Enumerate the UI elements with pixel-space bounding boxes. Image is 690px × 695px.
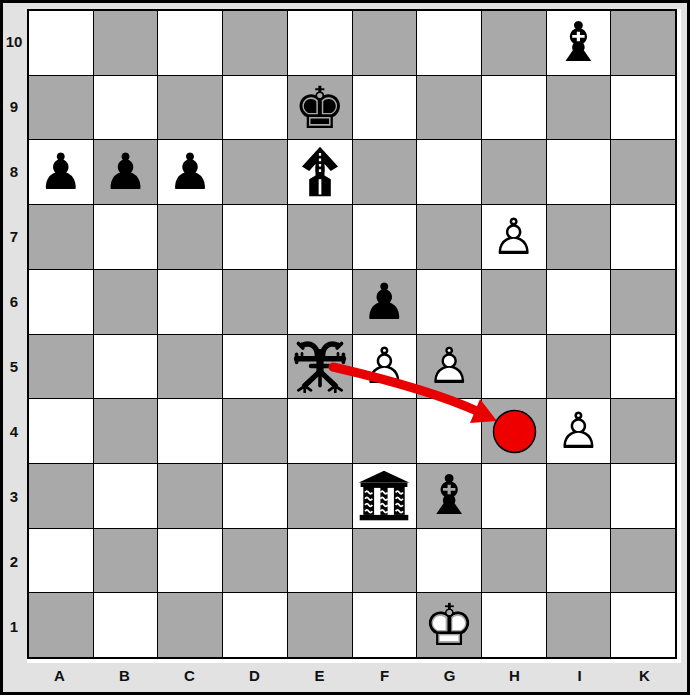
white-king[interactable]: ♚♔ (417, 593, 481, 657)
file-label-d: D (222, 661, 287, 689)
square-e1[interactable] (288, 593, 352, 657)
rank-label-5: 5 (3, 334, 25, 399)
square-i7[interactable] (547, 205, 611, 269)
square-g5[interactable]: ♟♙ (417, 335, 481, 399)
square-h10[interactable] (482, 11, 546, 75)
white-pawn-glyph: ♙ (353, 335, 417, 399)
square-k8[interactable] (611, 140, 675, 204)
square-f4[interactable] (353, 399, 417, 463)
black-king[interactable]: ♚ (288, 76, 352, 140)
square-d5[interactable] (223, 335, 287, 399)
file-label-a: A (27, 661, 92, 689)
black-bishop-glyph: ♝ (547, 11, 611, 75)
rank-labels: 10987654321 (3, 9, 27, 659)
square-g8[interactable] (417, 140, 481, 204)
square-i4[interactable]: ♟♙ (547, 399, 611, 463)
file-label-e: E (287, 661, 352, 689)
white-pawn[interactable]: ♟♙ (482, 205, 546, 269)
square-g2[interactable] (417, 529, 481, 593)
square-e5[interactable] (288, 335, 352, 399)
black-pawn[interactable]: ♟ (94, 140, 158, 204)
square-g4[interactable] (417, 399, 481, 463)
rank-label-2: 2 (3, 529, 25, 594)
square-f9[interactable] (353, 76, 417, 140)
square-k1[interactable] (611, 593, 675, 657)
square-h6[interactable] (482, 270, 546, 334)
square-i1[interactable] (547, 593, 611, 657)
square-a5[interactable] (29, 335, 93, 399)
square-d6[interactable] (223, 270, 287, 334)
square-i2[interactable] (547, 529, 611, 593)
black-pawn-glyph: ♟ (29, 140, 93, 204)
board-frame: ♝♚♟♟♟♟♙♟♟♙♟♙♟♙♝♚♔ 10987654321 ABCDEFGHIK (3, 3, 687, 692)
rank-label-8: 8 (3, 139, 25, 204)
square-f8[interactable] (353, 140, 417, 204)
square-d2[interactable] (223, 529, 287, 593)
black-bishop[interactable]: ♝ (417, 464, 481, 528)
black-eagle-icon (293, 339, 347, 393)
square-g6[interactable] (417, 270, 481, 334)
square-i6[interactable] (547, 270, 611, 334)
square-i5[interactable] (547, 335, 611, 399)
square-d3[interactable] (223, 464, 287, 528)
rank-label-3: 3 (3, 464, 25, 529)
square-f3[interactable] (353, 464, 417, 528)
square-c3[interactable] (158, 464, 222, 528)
square-a9[interactable] (29, 76, 93, 140)
black-pawn[interactable]: ♟ (353, 270, 417, 334)
white-pawn[interactable]: ♟♙ (353, 335, 417, 399)
square-d9[interactable] (223, 76, 287, 140)
square-f7[interactable] (353, 205, 417, 269)
square-b9[interactable] (94, 76, 158, 140)
square-d4[interactable] (223, 399, 287, 463)
white-pawn-glyph: ♙ (417, 335, 481, 399)
square-f1[interactable] (353, 593, 417, 657)
black-bishop-glyph: ♝ (417, 464, 481, 528)
file-labels: ABCDEFGHIK (27, 661, 677, 689)
square-k3[interactable] (611, 464, 675, 528)
square-b6[interactable] (94, 270, 158, 334)
square-d8[interactable] (223, 140, 287, 204)
file-label-b: B (92, 661, 157, 689)
square-h1[interactable] (482, 593, 546, 657)
square-h9[interactable] (482, 76, 546, 140)
square-c1[interactable] (158, 593, 222, 657)
square-g9[interactable] (417, 76, 481, 140)
square-a7[interactable] (29, 205, 93, 269)
square-k6[interactable] (611, 270, 675, 334)
white-pawn[interactable]: ♟♙ (417, 335, 481, 399)
square-k9[interactable] (611, 76, 675, 140)
square-e4[interactable] (288, 399, 352, 463)
square-k4[interactable] (611, 399, 675, 463)
square-h5[interactable] (482, 335, 546, 399)
square-e7[interactable] (288, 205, 352, 269)
black-arrow-standard-icon (293, 145, 347, 199)
file-label-g: G (417, 661, 482, 689)
square-e2[interactable] (288, 529, 352, 593)
square-i10[interactable]: ♝ (547, 11, 611, 75)
square-k5[interactable] (611, 335, 675, 399)
square-c10[interactable] (158, 11, 222, 75)
square-a3[interactable] (29, 464, 93, 528)
square-h8[interactable] (482, 140, 546, 204)
square-f10[interactable] (353, 11, 417, 75)
square-k10[interactable] (611, 11, 675, 75)
square-c2[interactable] (158, 529, 222, 593)
black-pawn-glyph: ♟ (158, 140, 222, 204)
rank-label-10: 10 (3, 9, 25, 74)
square-e10[interactable] (288, 11, 352, 75)
square-a4[interactable] (29, 399, 93, 463)
black-pawn-glyph: ♟ (94, 140, 158, 204)
square-b2[interactable] (94, 529, 158, 593)
square-b5[interactable] (94, 335, 158, 399)
rank-label-9: 9 (3, 74, 25, 139)
black-pawn-glyph: ♟ (353, 270, 417, 334)
square-f2[interactable] (353, 529, 417, 593)
square-d7[interactable] (223, 205, 287, 269)
square-c9[interactable] (158, 76, 222, 140)
square-g1[interactable]: ♚♔ (417, 593, 481, 657)
square-f5[interactable]: ♟♙ (353, 335, 417, 399)
black-eagle[interactable] (288, 335, 352, 399)
square-a10[interactable] (29, 11, 93, 75)
square-g7[interactable] (417, 205, 481, 269)
square-d10[interactable] (223, 11, 287, 75)
square-i8[interactable] (547, 140, 611, 204)
file-label-i: I (547, 661, 612, 689)
square-c5[interactable] (158, 335, 222, 399)
square-b8[interactable]: ♟ (94, 140, 158, 204)
square-b10[interactable] (94, 11, 158, 75)
rank-label-6: 6 (3, 269, 25, 334)
square-h7[interactable]: ♟♙ (482, 205, 546, 269)
game-window: ♝♚♟♟♟♟♙♟♟♙♟♙♟♙♝♚♔ 10987654321 ABCDEFGHIK (0, 0, 690, 695)
square-i9[interactable] (547, 76, 611, 140)
square-c4[interactable] (158, 399, 222, 463)
black-bishop[interactable]: ♝ (547, 11, 611, 75)
white-pawn[interactable]: ♟♙ (547, 399, 611, 463)
square-e3[interactable] (288, 464, 352, 528)
white-king-glyph: ♔ (417, 593, 481, 657)
square-b4[interactable] (94, 399, 158, 463)
square-h3[interactable] (482, 464, 546, 528)
file-label-f: F (352, 661, 417, 689)
square-e8[interactable] (288, 140, 352, 204)
square-h4[interactable] (482, 399, 546, 463)
square-b1[interactable] (94, 593, 158, 657)
square-e6[interactable] (288, 270, 352, 334)
square-a2[interactable] (29, 529, 93, 593)
square-k7[interactable] (611, 205, 675, 269)
square-c7[interactable] (158, 205, 222, 269)
black-temple[interactable] (353, 464, 417, 528)
square-a6[interactable] (29, 270, 93, 334)
square-i3[interactable] (547, 464, 611, 528)
square-b3[interactable] (94, 464, 158, 528)
square-g10[interactable] (417, 11, 481, 75)
rank-label-7: 7 (3, 204, 25, 269)
rank-label-1: 1 (3, 594, 25, 659)
file-label-k: K (612, 661, 677, 689)
square-k2[interactable] (611, 529, 675, 593)
square-f6[interactable]: ♟ (353, 270, 417, 334)
file-label-c: C (157, 661, 222, 689)
white-pawn-glyph: ♙ (482, 205, 546, 269)
rank-label-4: 4 (3, 399, 25, 464)
board: ♝♚♟♟♟♟♙♟♟♙♟♙♟♙♝♚♔ (27, 9, 677, 659)
black-pawn[interactable]: ♟ (158, 140, 222, 204)
square-a1[interactable] (29, 593, 93, 657)
square-h2[interactable] (482, 529, 546, 593)
square-a8[interactable]: ♟ (29, 140, 93, 204)
square-c6[interactable] (158, 270, 222, 334)
white-pawn-glyph: ♙ (547, 399, 611, 463)
square-d1[interactable] (223, 593, 287, 657)
square-c8[interactable]: ♟ (158, 140, 222, 204)
black-pawn[interactable]: ♟ (29, 140, 93, 204)
black-king-glyph: ♚ (288, 76, 352, 140)
file-label-h: H (482, 661, 547, 689)
square-e9[interactable]: ♚ (288, 76, 352, 140)
black-arrow-standard[interactable] (288, 140, 352, 204)
square-b7[interactable] (94, 205, 158, 269)
square-g3[interactable]: ♝ (417, 464, 481, 528)
black-temple-icon (357, 469, 411, 523)
